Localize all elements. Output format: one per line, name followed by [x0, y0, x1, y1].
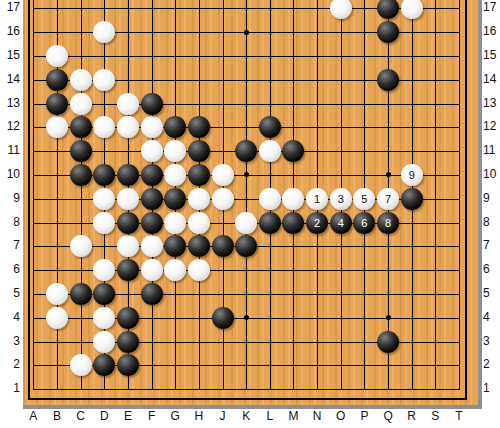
board-edge-left: [28, 0, 30, 400]
col-label-M: M: [281, 409, 305, 423]
row-label-left-17: 17: [1, 0, 20, 14]
row-label-left-7: 7: [1, 238, 20, 252]
row-label-right-14: 14: [483, 72, 500, 86]
row-label-left-2: 2: [1, 357, 20, 371]
stone-B13[interactable]: [46, 93, 68, 115]
col-label-S: S: [423, 409, 447, 423]
stone-Q8[interactable]: 8: [377, 212, 399, 234]
star-point-Q4: [386, 315, 391, 320]
col-label-L: L: [258, 409, 282, 423]
stone-B15[interactable]: [46, 45, 68, 67]
col-label-T: T: [447, 409, 471, 423]
stone-R10[interactable]: 9: [401, 164, 423, 186]
stone-H10[interactable]: [188, 164, 210, 186]
stone-N9[interactable]: 1: [306, 188, 328, 210]
stone-P9[interactable]: 5: [353, 188, 375, 210]
stone-D10[interactable]: [93, 164, 115, 186]
row-label-left-1: 1: [1, 381, 20, 395]
col-label-P: P: [352, 409, 376, 423]
stone-J4[interactable]: [212, 307, 234, 329]
grid-line-col-S: [435, 0, 436, 390]
stone-C12[interactable]: [70, 116, 92, 138]
stone-O8[interactable]: 4: [330, 212, 352, 234]
row-label-left-4: 4: [1, 310, 20, 324]
stone-R9[interactable]: [401, 188, 423, 210]
row-label-right-10: 10: [483, 167, 500, 181]
row-label-left-5: 5: [1, 286, 20, 300]
stone-J7[interactable]: [212, 235, 234, 257]
stone-D3[interactable]: [93, 331, 115, 353]
col-label-A: A: [21, 409, 45, 423]
stone-L12[interactable]: [259, 116, 281, 138]
stone-M8[interactable]: [282, 212, 304, 234]
stone-C7[interactable]: [70, 235, 92, 257]
stone-K8[interactable]: [235, 212, 257, 234]
col-label-K: K: [234, 409, 258, 423]
stone-L8[interactable]: [259, 212, 281, 234]
col-label-H: H: [187, 409, 211, 423]
grid-line-col-A: [33, 0, 34, 390]
stone-L11[interactable]: [259, 140, 281, 162]
row-label-right-11: 11: [483, 143, 500, 157]
row-label-right-3: 3: [483, 334, 500, 348]
stone-H11[interactable]: [188, 140, 210, 162]
stone-Q14[interactable]: [377, 69, 399, 91]
row-label-left-9: 9: [1, 191, 20, 205]
row-label-right-2: 2: [483, 357, 500, 371]
stone-E6[interactable]: [117, 259, 139, 281]
stone-D4[interactable]: [93, 307, 115, 329]
stone-M9[interactable]: [282, 188, 304, 210]
stone-D8[interactable]: [93, 212, 115, 234]
star-point-K16: [244, 30, 249, 35]
row-label-left-10: 10: [1, 167, 20, 181]
row-label-left-15: 15: [1, 48, 20, 62]
row-label-right-8: 8: [483, 215, 500, 229]
row-label-right-9: 9: [483, 191, 500, 205]
stone-E10[interactable]: [117, 164, 139, 186]
col-label-B: B: [45, 409, 69, 423]
row-label-left-6: 6: [1, 262, 20, 276]
grid-line-row-13: [33, 104, 460, 105]
go-diagram: 1717161615151414131312121111101099887766…: [0, 0, 500, 428]
stone-D14[interactable]: [93, 69, 115, 91]
stone-G8[interactable]: [164, 212, 186, 234]
row-label-right-17: 17: [483, 0, 500, 14]
grid-line-col-T: [459, 0, 460, 390]
col-label-O: O: [329, 409, 353, 423]
board-edge-bottom: [28, 398, 467, 400]
stone-F8[interactable]: [141, 212, 163, 234]
row-label-right-4: 4: [483, 310, 500, 324]
row-label-left-16: 16: [1, 24, 20, 38]
stone-E13[interactable]: [117, 93, 139, 115]
stone-G10[interactable]: [164, 164, 186, 186]
stone-E9[interactable]: [117, 188, 139, 210]
stone-C14[interactable]: [70, 69, 92, 91]
stone-F7[interactable]: [141, 235, 163, 257]
stone-L9[interactable]: [259, 188, 281, 210]
stone-H6[interactable]: [188, 259, 210, 281]
stone-H7[interactable]: [188, 235, 210, 257]
row-label-right-5: 5: [483, 286, 500, 300]
col-label-Q: Q: [376, 409, 400, 423]
stone-F9[interactable]: [141, 188, 163, 210]
stone-H12[interactable]: [188, 116, 210, 138]
stone-C11[interactable]: [70, 140, 92, 162]
row-label-left-14: 14: [1, 72, 20, 86]
stone-J9[interactable]: [212, 188, 234, 210]
stone-G9[interactable]: [164, 188, 186, 210]
row-label-left-12: 12: [1, 119, 20, 133]
grid-line-row-15: [33, 56, 460, 57]
stone-F12[interactable]: [141, 116, 163, 138]
stone-B5[interactable]: [46, 283, 68, 305]
stone-B4[interactable]: [46, 307, 68, 329]
stone-F11[interactable]: [141, 140, 163, 162]
col-label-G: G: [163, 409, 187, 423]
stone-F10[interactable]: [141, 164, 163, 186]
stone-N8[interactable]: 2: [306, 212, 328, 234]
stone-Q16[interactable]: [377, 21, 399, 43]
stone-B14[interactable]: [46, 69, 68, 91]
stone-F5[interactable]: [141, 283, 163, 305]
stone-Q3[interactable]: [377, 331, 399, 353]
row-label-right-7: 7: [483, 238, 500, 252]
stone-C10[interactable]: [70, 164, 92, 186]
col-label-J: J: [211, 409, 235, 423]
stone-P8[interactable]: 6: [353, 212, 375, 234]
grid-line-col-C: [81, 0, 82, 390]
stone-D5[interactable]: [93, 283, 115, 305]
row-label-right-6: 6: [483, 262, 500, 276]
row-label-left-11: 11: [1, 143, 20, 157]
board-edge-right: [465, 0, 467, 400]
stone-C5[interactable]: [70, 283, 92, 305]
star-point-K4: [244, 315, 249, 320]
col-label-R: R: [400, 409, 424, 423]
col-label-E: E: [116, 409, 140, 423]
col-label-N: N: [305, 409, 329, 423]
col-label-D: D: [92, 409, 116, 423]
board-shadow-right: [478, 0, 482, 409]
stone-H8[interactable]: [188, 212, 210, 234]
col-label-C: C: [69, 409, 93, 423]
stone-E8[interactable]: [117, 212, 139, 234]
grid-line-col-K: [246, 0, 247, 390]
row-label-right-16: 16: [483, 24, 500, 38]
row-label-left-3: 3: [1, 334, 20, 348]
stone-F13[interactable]: [141, 93, 163, 115]
stone-J10[interactable]: [212, 164, 234, 186]
row-label-right-13: 13: [483, 96, 500, 110]
stone-E4[interactable]: [117, 307, 139, 329]
row-label-right-12: 12: [483, 119, 500, 133]
row-label-right-15: 15: [483, 48, 500, 62]
stone-C13[interactable]: [70, 93, 92, 115]
stone-O9[interactable]: 3: [330, 188, 352, 210]
col-label-F: F: [140, 409, 164, 423]
row-label-right-1: 1: [483, 381, 500, 395]
stone-F6[interactable]: [141, 259, 163, 281]
grid-line-row-1: [33, 389, 460, 390]
stone-C2[interactable]: [70, 354, 92, 376]
row-label-left-13: 13: [1, 96, 20, 110]
stone-Q9[interactable]: 7: [377, 188, 399, 210]
stone-E3[interactable]: [117, 331, 139, 353]
stone-D9[interactable]: [93, 188, 115, 210]
row-label-left-8: 8: [1, 215, 20, 229]
stone-H9[interactable]: [188, 188, 210, 210]
